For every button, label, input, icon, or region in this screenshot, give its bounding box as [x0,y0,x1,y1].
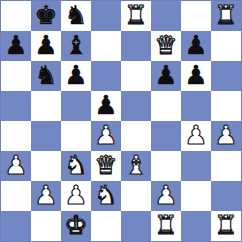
square-g6[interactable]: ♟ [181,61,211,91]
black-knight[interactable]: ♞ [64,0,87,30]
black-pawn[interactable]: ♟ [4,30,27,60]
square-b8[interactable]: ♚ [31,1,61,31]
square-a3[interactable]: ♟ [1,151,31,181]
square-a6[interactable] [1,61,31,91]
square-b7[interactable]: ♟ [31,31,61,61]
square-c8[interactable]: ♞ [61,1,91,31]
square-h4[interactable]: ♟ [211,121,241,151]
square-d6[interactable] [91,61,121,91]
white-pawn[interactable]: ♟ [154,180,177,210]
square-g4[interactable]: ♟ [181,121,211,151]
square-f4[interactable] [151,121,181,151]
square-g8[interactable] [181,1,211,31]
square-c1[interactable]: ♚ [61,211,91,241]
square-b4[interactable] [31,121,61,151]
white-pawn[interactable]: ♟ [214,120,237,150]
white-rook[interactable]: ♜ [214,210,237,240]
white-pawn[interactable]: ♟ [34,180,57,210]
square-e7[interactable] [121,31,151,61]
chess-board: ♚♞♜♜♟♟♝♛♟♞♟♟♟♟♟♟♟♟♞♛♝♟♟♞♟♚♜♜ [0,0,242,242]
white-knight[interactable]: ♞ [94,180,117,210]
black-pawn[interactable]: ♟ [94,90,117,120]
white-king[interactable]: ♚ [64,210,87,240]
square-e5[interactable] [121,91,151,121]
square-b2[interactable]: ♟ [31,181,61,211]
square-d7[interactable] [91,31,121,61]
square-e4[interactable] [121,121,151,151]
square-b3[interactable] [31,151,61,181]
square-e3[interactable]: ♝ [121,151,151,181]
square-f5[interactable] [151,91,181,121]
square-h8[interactable]: ♜ [211,1,241,31]
black-pawn[interactable]: ♟ [34,30,57,60]
square-g7[interactable]: ♟ [181,31,211,61]
square-b6[interactable]: ♞ [31,61,61,91]
square-d3[interactable]: ♛ [91,151,121,181]
square-a4[interactable] [1,121,31,151]
square-g1[interactable] [181,211,211,241]
black-pawn[interactable]: ♟ [184,60,207,90]
square-c6[interactable]: ♟ [61,61,91,91]
white-queen[interactable]: ♛ [94,150,117,180]
square-e6[interactable] [121,61,151,91]
square-c3[interactable]: ♞ [61,151,91,181]
black-pawn[interactable]: ♟ [154,60,177,90]
white-pawn[interactable]: ♟ [4,150,27,180]
square-a5[interactable] [1,91,31,121]
square-c5[interactable] [61,91,91,121]
square-g5[interactable] [181,91,211,121]
white-knight[interactable]: ♞ [64,150,87,180]
square-h2[interactable] [211,181,241,211]
square-c4[interactable] [61,121,91,151]
black-knight[interactable]: ♞ [34,60,57,90]
square-d5[interactable]: ♟ [91,91,121,121]
square-h1[interactable]: ♜ [211,211,241,241]
square-c7[interactable]: ♝ [61,31,91,61]
square-a1[interactable] [1,211,31,241]
square-f8[interactable] [151,1,181,31]
square-h3[interactable] [211,151,241,181]
square-f1[interactable]: ♜ [151,211,181,241]
square-d8[interactable] [91,1,121,31]
square-e8[interactable]: ♜ [121,1,151,31]
square-a2[interactable] [1,181,31,211]
white-rook[interactable]: ♜ [154,210,177,240]
black-pawn[interactable]: ♟ [64,60,87,90]
square-d4[interactable]: ♟ [91,121,121,151]
square-a8[interactable] [1,1,31,31]
square-h7[interactable] [211,31,241,61]
square-c2[interactable]: ♟ [61,181,91,211]
square-d2[interactable]: ♞ [91,181,121,211]
square-h5[interactable] [211,91,241,121]
square-e2[interactable] [121,181,151,211]
white-rook[interactable]: ♜ [124,0,147,30]
white-pawn[interactable]: ♟ [64,180,87,210]
square-g3[interactable] [181,151,211,181]
square-b5[interactable] [31,91,61,121]
square-f3[interactable] [151,151,181,181]
white-pawn[interactable]: ♟ [94,120,117,150]
black-pawn[interactable]: ♟ [184,30,207,60]
square-f2[interactable]: ♟ [151,181,181,211]
square-f6[interactable]: ♟ [151,61,181,91]
square-d1[interactable] [91,211,121,241]
white-queen[interactable]: ♛ [154,30,177,60]
square-e1[interactable] [121,211,151,241]
white-rook[interactable]: ♜ [214,0,237,30]
square-g2[interactable] [181,181,211,211]
black-king[interactable]: ♚ [34,0,57,30]
black-bishop[interactable]: ♝ [64,30,87,60]
square-h6[interactable] [211,61,241,91]
square-a7[interactable]: ♟ [1,31,31,61]
white-pawn[interactable]: ♟ [184,120,207,150]
square-f7[interactable]: ♛ [151,31,181,61]
square-b1[interactable] [31,211,61,241]
white-bishop[interactable]: ♝ [124,150,147,180]
